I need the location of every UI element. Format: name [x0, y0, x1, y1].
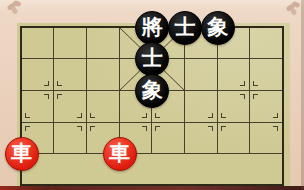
- point-marker: [208, 113, 226, 131]
- point-marker: [240, 81, 258, 99]
- point-marker: [142, 113, 160, 131]
- piece-red-chariot[interactable]: 車: [5, 137, 39, 171]
- piece-glyph: 車: [109, 137, 130, 169]
- piece-black-elephant[interactable]: 象: [135, 74, 169, 108]
- piece-red-chariot[interactable]: 車: [103, 137, 137, 171]
- piece-glyph: 象: [142, 74, 163, 106]
- piece-glyph: 車: [11, 137, 32, 169]
- piece-black-advisor[interactable]: 士: [168, 11, 202, 45]
- piece-black-general[interactable]: 將: [135, 11, 169, 45]
- point-marker: [273, 113, 291, 131]
- bottom-frame-edge: [0, 186, 304, 190]
- piece-glyph: 將: [142, 11, 163, 43]
- point-marker: [77, 113, 95, 131]
- right-frame-edge: [301, 0, 304, 190]
- piece-glyph: 士: [142, 42, 163, 74]
- piece-black-elephant[interactable]: 象: [201, 11, 235, 45]
- piece-glyph: 象: [207, 11, 228, 43]
- piece-glyph: 士: [175, 11, 196, 43]
- point-marker: [44, 81, 62, 99]
- xiangqi-app: 楚 河 漢 界 將士象士象車車: [0, 0, 304, 190]
- xiangqi-board[interactable]: 楚 河 漢 界 將士象士象車車: [17, 23, 290, 190]
- point-marker: [12, 113, 30, 131]
